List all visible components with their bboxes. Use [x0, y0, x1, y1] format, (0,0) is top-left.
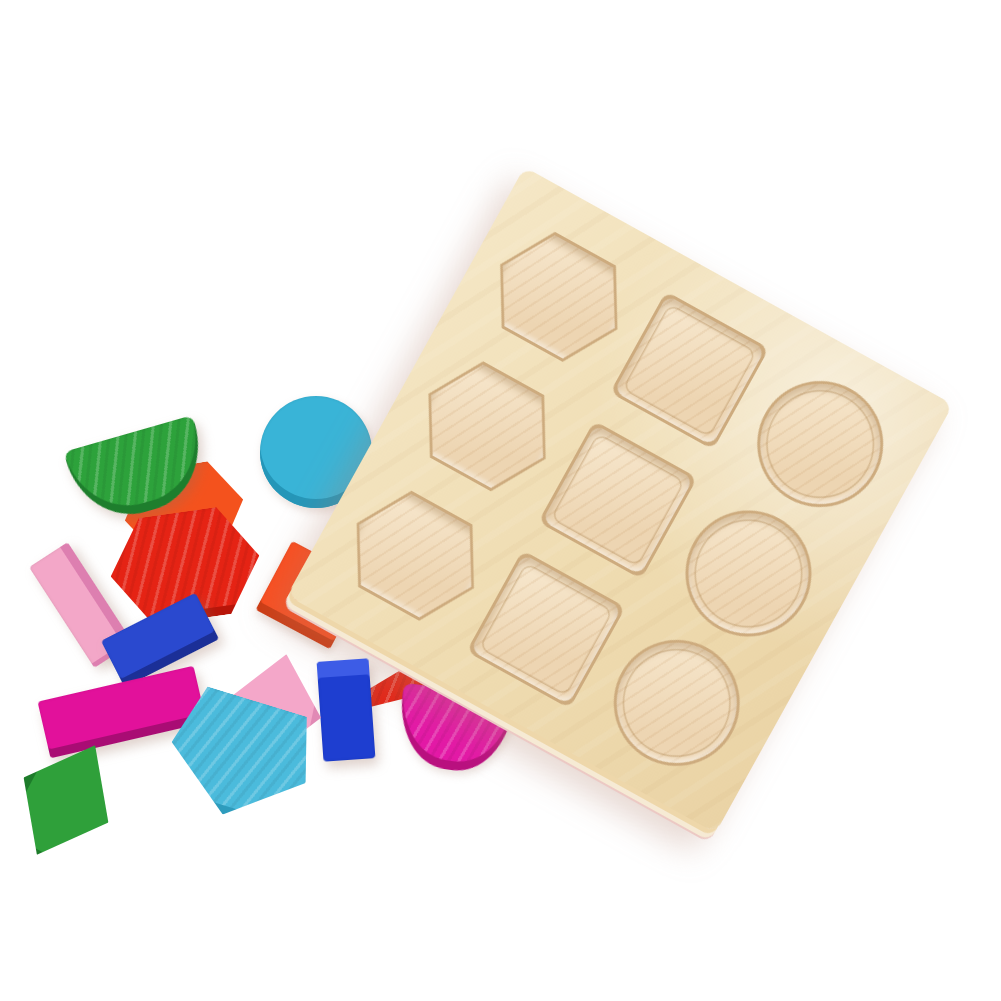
slot-hexagon-r1c1[interactable] [474, 216, 645, 377]
slot-recess [406, 350, 568, 503]
slot-recess [478, 220, 640, 373]
puzzle-board [287, 167, 953, 833]
slot-circle-r1c3[interactable] [735, 358, 906, 529]
slot-circle-r3c3[interactable] [591, 617, 762, 788]
slot-square-r1c2[interactable] [610, 291, 769, 450]
slot-hexagon-r2c1[interactable] [402, 346, 573, 507]
slot-recess [334, 479, 496, 632]
piece-blue-rectangle[interactable] [317, 658, 376, 761]
product-photo-scene [0, 0, 1001, 1001]
slot-routed-ring [603, 630, 750, 777]
slot-routed-ring [747, 371, 894, 518]
slot-routed-ring [622, 303, 757, 437]
slot-square-r3c2[interactable] [466, 550, 625, 709]
slot-circle-r2c3[interactable] [663, 488, 834, 659]
slot-square-r2c2[interactable] [538, 421, 697, 580]
slot-hexagon-r3c1[interactable] [330, 475, 501, 636]
slot-routed-ring [550, 433, 685, 567]
slot-routed-ring [675, 500, 822, 647]
slot-routed-ring [479, 562, 614, 696]
